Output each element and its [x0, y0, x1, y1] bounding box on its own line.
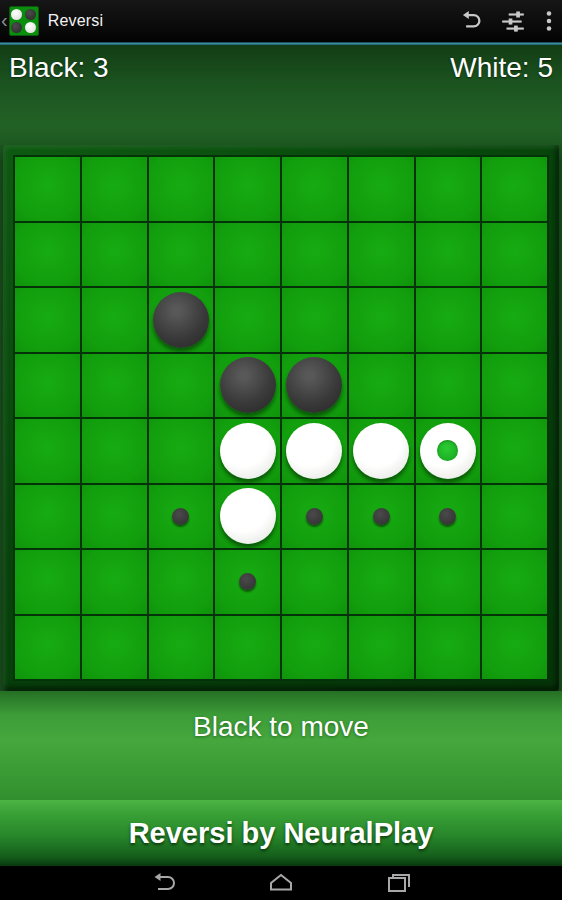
- cell-a6[interactable]: [15, 485, 80, 549]
- cell-f8[interactable]: [349, 616, 414, 680]
- cell-e6[interactable]: [282, 485, 347, 549]
- cell-a7[interactable]: [15, 550, 80, 614]
- cell-b7[interactable]: [82, 550, 147, 614]
- cell-d2[interactable]: [215, 223, 280, 287]
- cell-g5[interactable]: [416, 419, 481, 483]
- black-disc: [286, 357, 342, 413]
- cell-d1[interactable]: [215, 157, 280, 221]
- cell-e2[interactable]: [282, 223, 347, 287]
- turn-status: Black to move: [0, 711, 562, 743]
- reversi-app-screen: ‹ Reversi Black: 3: [0, 0, 562, 900]
- cell-f1[interactable]: [349, 157, 414, 221]
- cell-g8[interactable]: [416, 616, 481, 680]
- cell-g2[interactable]: [416, 223, 481, 287]
- white-disc: [286, 423, 342, 479]
- cell-e7[interactable]: [282, 550, 347, 614]
- board-grid: [13, 155, 549, 681]
- cell-h8[interactable]: [482, 616, 547, 680]
- cell-f7[interactable]: [349, 550, 414, 614]
- black-disc: [153, 292, 209, 348]
- cell-c3[interactable]: [149, 288, 214, 352]
- cell-f4[interactable]: [349, 354, 414, 418]
- cell-h3[interactable]: [482, 288, 547, 352]
- cell-e5[interactable]: [282, 419, 347, 483]
- white-disc: [220, 423, 276, 479]
- cell-c2[interactable]: [149, 223, 214, 287]
- scorebar: Black: 3 White: 5: [0, 52, 562, 84]
- cell-f5[interactable]: [349, 419, 414, 483]
- cell-c6[interactable]: [149, 485, 214, 549]
- cell-g4[interactable]: [416, 354, 481, 418]
- cell-h7[interactable]: [482, 550, 547, 614]
- app-icon-white-disc: [11, 9, 22, 20]
- cell-c1[interactable]: [149, 157, 214, 221]
- cell-d8[interactable]: [215, 616, 280, 680]
- cell-e4[interactable]: [282, 354, 347, 418]
- up-chevron-icon[interactable]: ‹: [1, 10, 8, 30]
- cell-a8[interactable]: [15, 616, 80, 680]
- cell-d4[interactable]: [215, 354, 280, 418]
- legal-move-hint[interactable]: [306, 508, 323, 525]
- app-icon-white-disc: [25, 22, 36, 33]
- cell-b5[interactable]: [82, 419, 147, 483]
- cell-e8[interactable]: [282, 616, 347, 680]
- cell-c5[interactable]: [149, 419, 214, 483]
- overflow-menu-icon[interactable]: [542, 8, 556, 34]
- legal-move-hint[interactable]: [373, 508, 390, 525]
- app-icon[interactable]: [9, 6, 39, 36]
- cell-g6[interactable]: [416, 485, 481, 549]
- white-score: White: 5: [450, 52, 553, 84]
- cell-c7[interactable]: [149, 550, 214, 614]
- legal-move-hint[interactable]: [439, 508, 456, 525]
- app-icon-black-disc: [11, 22, 22, 33]
- cell-g7[interactable]: [416, 550, 481, 614]
- cell-d5[interactable]: [215, 419, 280, 483]
- android-nav-bar: [0, 866, 562, 900]
- undo-icon[interactable]: [458, 8, 484, 34]
- app-banner: Reversi by NeuralPlay: [0, 800, 562, 866]
- cell-d6[interactable]: [215, 485, 280, 549]
- cell-g1[interactable]: [416, 157, 481, 221]
- white-disc: [220, 488, 276, 544]
- last-move-marker: [437, 440, 458, 461]
- cell-d7[interactable]: [215, 550, 280, 614]
- cell-f6[interactable]: [349, 485, 414, 549]
- settings-sliders-icon[interactable]: [500, 8, 526, 34]
- back-icon[interactable]: [149, 870, 177, 896]
- cell-b1[interactable]: [82, 157, 147, 221]
- cell-f3[interactable]: [349, 288, 414, 352]
- black-score: Black: 3: [9, 52, 109, 84]
- app-icon-black-disc: [25, 9, 36, 20]
- cell-h5[interactable]: [482, 419, 547, 483]
- cell-b3[interactable]: [82, 288, 147, 352]
- cell-c4[interactable]: [149, 354, 214, 418]
- cell-b8[interactable]: [82, 616, 147, 680]
- white-disc: [353, 423, 409, 479]
- board-frame: [3, 145, 559, 691]
- cell-f2[interactable]: [349, 223, 414, 287]
- app-title: Reversi: [48, 12, 104, 30]
- cell-a5[interactable]: [15, 419, 80, 483]
- cell-b2[interactable]: [82, 223, 147, 287]
- lower-background: Black to move: [0, 691, 562, 800]
- cell-e1[interactable]: [282, 157, 347, 221]
- cell-b4[interactable]: [82, 354, 147, 418]
- cell-d3[interactable]: [215, 288, 280, 352]
- cell-c8[interactable]: [149, 616, 214, 680]
- cell-h4[interactable]: [482, 354, 547, 418]
- cell-a3[interactable]: [15, 288, 80, 352]
- cell-a2[interactable]: [15, 223, 80, 287]
- cell-h6[interactable]: [482, 485, 547, 549]
- legal-move-hint[interactable]: [172, 508, 189, 525]
- legal-move-hint[interactable]: [239, 573, 256, 590]
- cell-e3[interactable]: [282, 288, 347, 352]
- cell-a1[interactable]: [15, 157, 80, 221]
- cell-b6[interactable]: [82, 485, 147, 549]
- home-icon[interactable]: [267, 870, 295, 896]
- cell-h2[interactable]: [482, 223, 547, 287]
- action-bar: ‹ Reversi: [0, 0, 562, 42]
- recents-icon[interactable]: [385, 870, 413, 896]
- white-disc-last-move: [420, 423, 476, 479]
- cell-a4[interactable]: [15, 354, 80, 418]
- cell-h1[interactable]: [482, 157, 547, 221]
- black-disc: [220, 357, 276, 413]
- cell-g3[interactable]: [416, 288, 481, 352]
